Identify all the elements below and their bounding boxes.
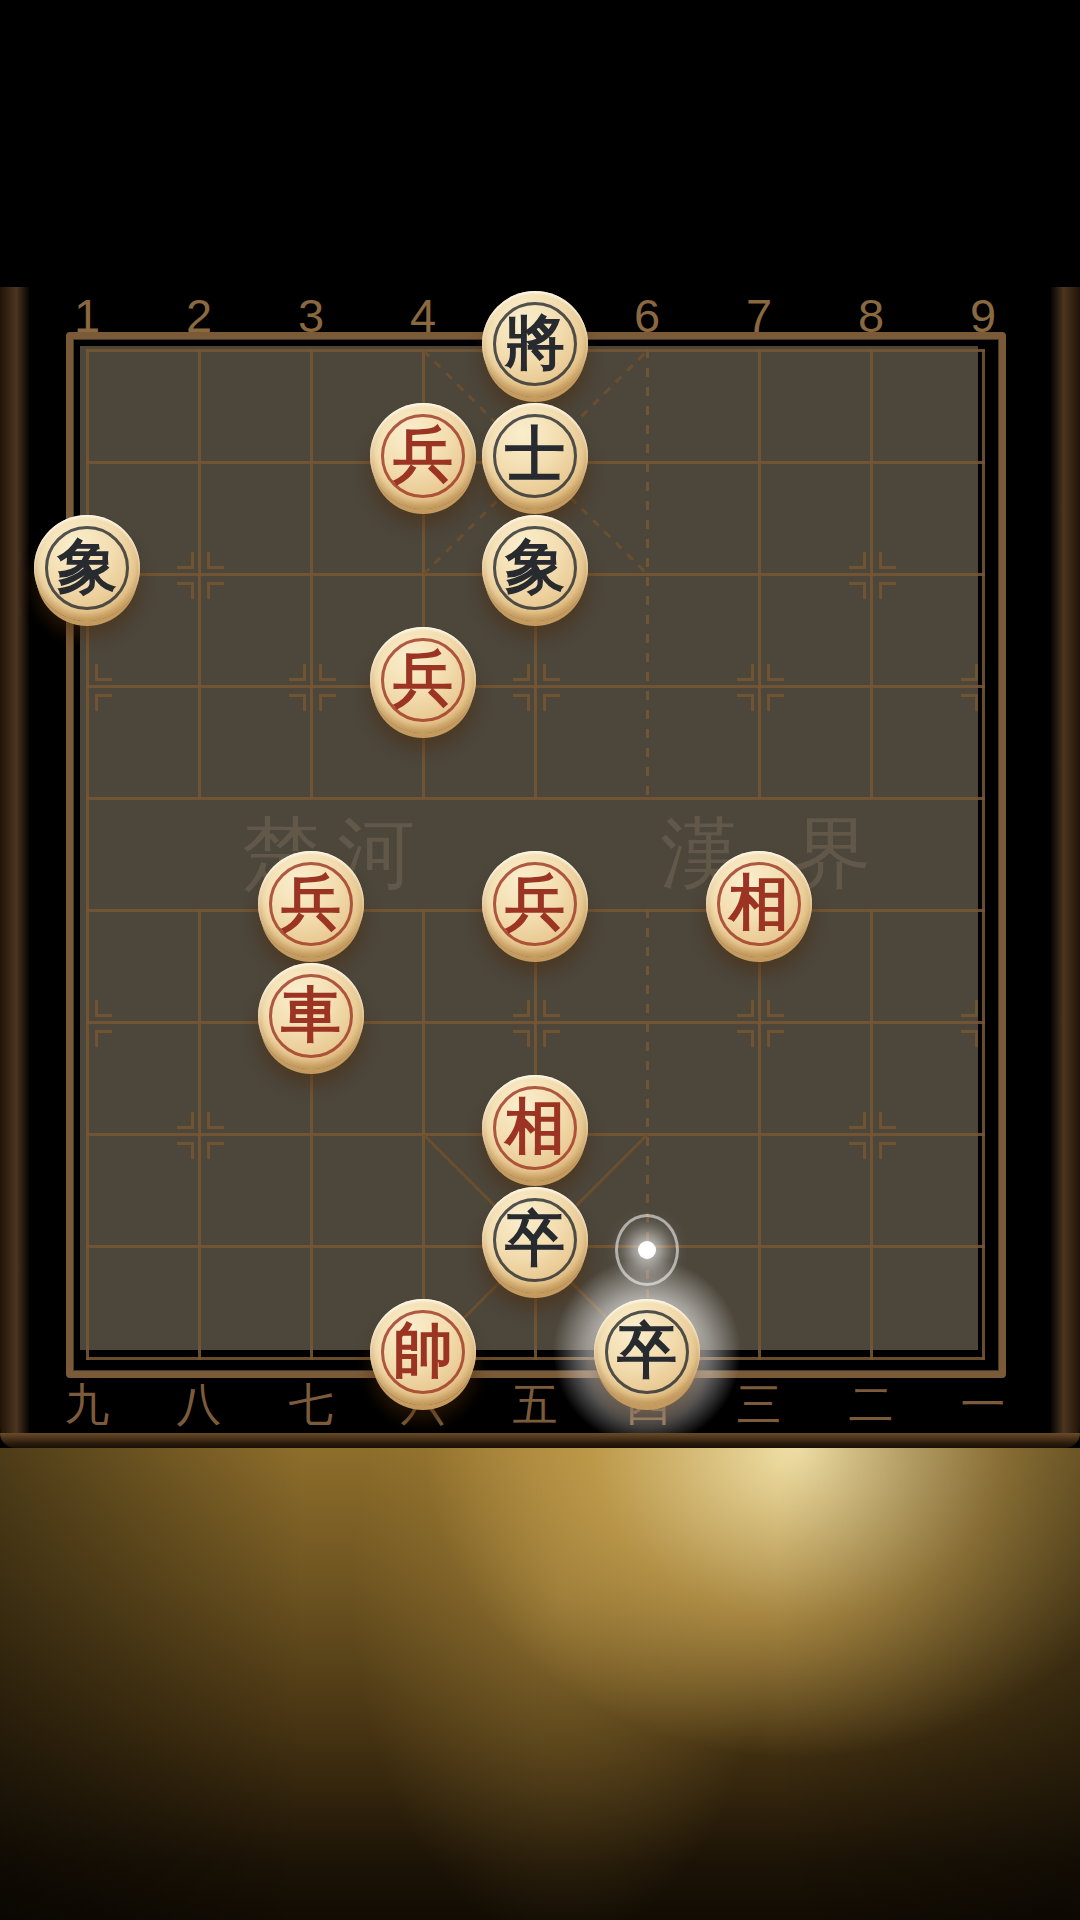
position-marker	[849, 1142, 866, 1159]
file-label-bottom-8: 二	[849, 1375, 894, 1435]
board-left-edge	[0, 287, 30, 1448]
position-marker	[849, 582, 866, 599]
board-bottom-edge	[0, 1433, 1080, 1448]
piece-red-soldier[interactable]: 兵	[482, 851, 588, 957]
move-origin-indicator	[638, 1241, 656, 1259]
piece-glyph: 兵	[393, 648, 453, 708]
position-marker	[849, 552, 866, 569]
position-marker	[177, 1112, 194, 1129]
position-marker	[767, 694, 784, 711]
position-marker	[543, 694, 560, 711]
file-label-bottom-3: 七	[289, 1375, 334, 1435]
position-marker	[961, 1030, 978, 1047]
piece-glyph: 兵	[393, 424, 453, 484]
piece-glyph: 卒	[505, 1208, 565, 1268]
file-label-top-2: 2	[186, 288, 212, 343]
position-marker	[879, 582, 896, 599]
piece-red-elephant[interactable]: 相	[482, 1075, 588, 1181]
piece-glyph: 象	[505, 536, 565, 596]
position-marker	[879, 552, 896, 569]
file-label-top-6: 6	[634, 288, 660, 343]
piece-glyph: 兵	[281, 872, 341, 932]
piece-black-general[interactable]: 將	[482, 291, 588, 397]
position-marker	[513, 1000, 530, 1017]
position-marker	[737, 694, 754, 711]
grid-line-col-8-top	[870, 349, 873, 800]
grid-line-col-3-top	[310, 349, 313, 800]
position-marker	[543, 1030, 560, 1047]
position-marker	[961, 1000, 978, 1017]
grid-line-col-1	[86, 349, 89, 1360]
position-marker	[961, 664, 978, 681]
file-label-top-7: 7	[746, 288, 772, 343]
position-marker	[767, 1030, 784, 1047]
piece-black-soldier[interactable]: 卒	[594, 1299, 700, 1405]
file-label-bottom-9: 一	[961, 1375, 1006, 1435]
piece-glyph: 將	[505, 312, 565, 372]
file-label-top-4: 4	[410, 288, 436, 343]
piece-black-elephant[interactable]: 象	[482, 515, 588, 621]
xiangqi-app-screen: 123456789九八七六五四三二一 楚河漢界 將兵士象象兵兵兵相車相卒帥卒	[0, 0, 1080, 1920]
piece-glyph: 卒	[617, 1320, 677, 1380]
top-background	[0, 0, 1080, 290]
file-label-top-9: 9	[970, 288, 996, 343]
grid-line-col-7-top	[758, 349, 761, 800]
position-marker	[289, 694, 306, 711]
position-marker	[879, 1142, 896, 1159]
piece-black-elephant[interactable]: 象	[34, 515, 140, 621]
position-marker	[543, 664, 560, 681]
position-marker	[767, 1000, 784, 1017]
position-marker	[207, 1142, 224, 1159]
position-marker	[319, 694, 336, 711]
position-marker	[207, 1112, 224, 1129]
piece-glyph: 士	[505, 424, 565, 484]
piece-glyph: 相	[505, 1096, 565, 1156]
position-marker	[95, 1000, 112, 1017]
position-marker	[767, 664, 784, 681]
file-label-top-8: 8	[858, 288, 884, 343]
grid-line-col-2-top	[198, 349, 201, 800]
piece-red-soldier[interactable]: 兵	[258, 851, 364, 957]
position-marker	[513, 1030, 530, 1047]
position-marker	[207, 552, 224, 569]
grid-line-col-2-bottom	[198, 909, 201, 1360]
board-right-edge	[1050, 287, 1080, 1448]
piece-glyph: 帥	[393, 1320, 453, 1380]
position-marker	[961, 694, 978, 711]
grid-line-col-8-bottom	[870, 909, 873, 1360]
position-marker	[95, 664, 112, 681]
position-marker	[177, 552, 194, 569]
position-marker	[513, 694, 530, 711]
file-label-bottom-1: 九	[65, 1375, 110, 1435]
piece-red-elephant[interactable]: 相	[706, 851, 812, 957]
position-marker	[95, 1030, 112, 1047]
position-marker	[737, 664, 754, 681]
piece-black-advisor[interactable]: 士	[482, 403, 588, 509]
piece-glyph: 象	[57, 536, 117, 596]
piece-glyph: 車	[281, 984, 341, 1044]
piece-red-chariot[interactable]: 車	[258, 963, 364, 1069]
file-label-bottom-5: 五	[513, 1375, 558, 1435]
position-marker	[95, 694, 112, 711]
position-marker	[289, 664, 306, 681]
file-label-bottom-2: 八	[177, 1375, 222, 1435]
position-marker	[319, 664, 336, 681]
grid-line-col-7-bottom	[758, 909, 761, 1360]
position-marker	[737, 1030, 754, 1047]
position-marker	[849, 1112, 866, 1129]
position-marker	[177, 582, 194, 599]
position-marker	[513, 664, 530, 681]
piece-red-soldier[interactable]: 兵	[370, 627, 476, 733]
piece-red-soldier[interactable]: 兵	[370, 403, 476, 509]
piece-glyph: 相	[729, 872, 789, 932]
xiangqi-board[interactable]: 123456789九八七六五四三二一 楚河漢界 將兵士象象兵兵兵相車相卒帥卒	[0, 287, 1080, 1448]
position-marker	[737, 1000, 754, 1017]
position-marker	[177, 1142, 194, 1159]
file-label-top-3: 3	[298, 288, 324, 343]
position-marker	[543, 1000, 560, 1017]
piece-red-general[interactable]: 帥	[370, 1299, 476, 1405]
file-label-bottom-7: 三	[737, 1375, 782, 1435]
position-marker	[207, 582, 224, 599]
position-marker	[879, 1112, 896, 1129]
piece-black-soldier[interactable]: 卒	[482, 1187, 588, 1293]
piece-glyph: 兵	[505, 872, 565, 932]
file-label-top-1: 1	[74, 288, 100, 343]
grid-line-col-9	[982, 349, 985, 1360]
bottom-background	[0, 1448, 1080, 1920]
